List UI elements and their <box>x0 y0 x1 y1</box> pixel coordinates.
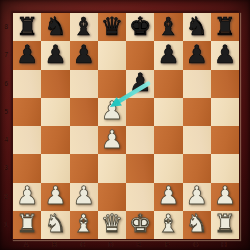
square-c5[interactable] <box>70 98 98 126</box>
file-label-e: E <box>137 239 142 248</box>
square-g2[interactable]: ♟ <box>183 183 211 211</box>
square-g7[interactable]: ♟ <box>183 41 211 69</box>
square-b5[interactable] <box>41 98 69 126</box>
white-knight-b1[interactable]: ♞ <box>44 211 66 236</box>
square-e3[interactable] <box>126 154 154 182</box>
white-pawn-d5[interactable]: ♟ <box>101 98 123 123</box>
square-a6[interactable] <box>13 70 41 98</box>
square-e7[interactable] <box>126 41 154 69</box>
square-a2[interactable]: ♟ <box>13 183 41 211</box>
square-a3[interactable] <box>13 154 41 182</box>
square-g4[interactable] <box>183 126 211 154</box>
square-b2[interactable]: ♟ <box>41 183 69 211</box>
square-e8[interactable]: ♚ <box>126 13 154 41</box>
square-h8[interactable]: ♜ <box>211 13 239 41</box>
square-f4[interactable] <box>154 126 182 154</box>
white-pawn-a2[interactable]: ♟ <box>16 183 38 208</box>
square-g8[interactable]: ♞ <box>183 13 211 41</box>
square-e4[interactable] <box>126 126 154 154</box>
square-d1[interactable]: ♛ <box>98 211 126 239</box>
square-h7[interactable]: ♟ <box>211 41 239 69</box>
square-e2[interactable] <box>126 183 154 211</box>
rank-label-8: 8 <box>4 22 8 31</box>
square-d7[interactable] <box>98 41 126 69</box>
white-pawn-f2[interactable]: ♟ <box>157 183 179 208</box>
white-bishop-c1[interactable]: ♝ <box>72 211 94 236</box>
square-b8[interactable]: ♞ <box>41 13 69 41</box>
square-f1[interactable]: ♝ <box>154 211 182 239</box>
square-a1[interactable]: ♜ <box>13 211 41 239</box>
white-pawn-b2[interactable]: ♟ <box>44 183 66 208</box>
white-pawn-h2[interactable]: ♟ <box>214 183 236 208</box>
square-e6[interactable]: ♟ <box>126 70 154 98</box>
rank-label-6: 6 <box>4 78 8 87</box>
black-pawn-a7[interactable]: ♟ <box>16 42 38 67</box>
square-g5[interactable] <box>183 98 211 126</box>
rank-label-3: 3 <box>4 163 8 172</box>
file-label-h: H <box>221 239 226 248</box>
rank-label-4: 4 <box>4 135 8 144</box>
file-label-f: F <box>165 239 170 248</box>
square-g3[interactable] <box>183 154 211 182</box>
file-label-b: B <box>52 239 57 248</box>
white-rook-a1[interactable]: ♜ <box>16 211 38 236</box>
rank-label-7: 7 <box>4 50 8 59</box>
black-rook-a8[interactable]: ♜ <box>16 14 38 39</box>
black-knight-g8[interactable]: ♞ <box>185 14 207 39</box>
file-label-a: A <box>23 239 28 248</box>
square-f8[interactable]: ♝ <box>154 13 182 41</box>
square-a5[interactable] <box>13 98 41 126</box>
square-a7[interactable]: ♟ <box>13 41 41 69</box>
chess-board: ♜♞♝♛♚♝♞♜♟♟♟♟♟♟♟♟♟♟♟♟♟♟♟♜♞♝♛♚♝♞♜ <box>12 12 240 240</box>
square-d4[interactable]: ♟ <box>98 126 126 154</box>
white-pawn-g2[interactable]: ♟ <box>185 183 207 208</box>
square-c2[interactable]: ♟ <box>70 183 98 211</box>
square-f7[interactable]: ♟ <box>154 41 182 69</box>
black-knight-b8[interactable]: ♞ <box>44 14 66 39</box>
square-c1[interactable]: ♝ <box>70 211 98 239</box>
square-d6[interactable] <box>98 70 126 98</box>
file-label-c: C <box>80 239 85 248</box>
square-h4[interactable] <box>211 126 239 154</box>
square-c8[interactable]: ♝ <box>70 13 98 41</box>
square-e1[interactable]: ♚ <box>126 211 154 239</box>
black-rook-h8[interactable]: ♜ <box>214 14 236 39</box>
square-f6[interactable] <box>154 70 182 98</box>
square-h3[interactable] <box>211 154 239 182</box>
black-pawn-h7[interactable]: ♟ <box>214 42 236 67</box>
square-h1[interactable]: ♜ <box>211 211 239 239</box>
rank-label-5: 5 <box>4 106 8 115</box>
black-pawn-f7[interactable]: ♟ <box>157 42 179 67</box>
black-bishop-f8[interactable]: ♝ <box>157 14 179 39</box>
square-d8[interactable]: ♛ <box>98 13 126 41</box>
square-g6[interactable] <box>183 70 211 98</box>
black-pawn-b7[interactable]: ♟ <box>44 42 66 67</box>
square-d5[interactable]: ♟ <box>98 98 126 126</box>
white-pawn-d4[interactable]: ♟ <box>101 127 123 152</box>
square-c4[interactable] <box>70 126 98 154</box>
white-king-e1[interactable]: ♚ <box>129 211 151 236</box>
square-f2[interactable]: ♟ <box>154 183 182 211</box>
white-rook-h1[interactable]: ♜ <box>214 211 236 236</box>
square-c6[interactable] <box>70 70 98 98</box>
square-b4[interactable] <box>41 126 69 154</box>
square-c7[interactable]: ♟ <box>70 41 98 69</box>
white-queen-d1[interactable]: ♛ <box>101 211 123 236</box>
chess-app-window: ♜♞♝♛♚♝♞♜♟♟♟♟♟♟♟♟♟♟♟♟♟♟♟♜♞♝♛♚♝♞♜ ABCDEFGH… <box>0 0 250 250</box>
file-label-d: D <box>108 239 113 248</box>
square-e5[interactable] <box>126 98 154 126</box>
square-h5[interactable] <box>211 98 239 126</box>
square-h6[interactable] <box>211 70 239 98</box>
white-bishop-f1[interactable]: ♝ <box>157 211 179 236</box>
black-king-e8[interactable]: ♚ <box>129 14 151 39</box>
rank-label-1: 1 <box>4 219 8 228</box>
square-a8[interactable]: ♜ <box>13 13 41 41</box>
square-b7[interactable]: ♟ <box>41 41 69 69</box>
black-queen-d8[interactable]: ♛ <box>101 14 123 39</box>
square-f3[interactable] <box>154 154 182 182</box>
file-label-g: G <box>193 239 199 248</box>
square-a4[interactable] <box>13 126 41 154</box>
rank-label-2: 2 <box>4 191 8 200</box>
square-h2[interactable]: ♟ <box>211 183 239 211</box>
square-b6[interactable] <box>41 70 69 98</box>
square-g1[interactable]: ♞ <box>183 211 211 239</box>
square-b3[interactable] <box>41 154 69 182</box>
black-pawn-e6[interactable]: ♟ <box>129 70 151 95</box>
black-bishop-c8[interactable]: ♝ <box>72 14 94 39</box>
white-knight-g1[interactable]: ♞ <box>185 211 207 236</box>
square-c3[interactable] <box>70 154 98 182</box>
black-pawn-g7[interactable]: ♟ <box>185 42 207 67</box>
square-b1[interactable]: ♞ <box>41 211 69 239</box>
square-d2[interactable] <box>98 183 126 211</box>
white-pawn-c2[interactable]: ♟ <box>72 183 94 208</box>
black-pawn-c7[interactable]: ♟ <box>72 42 94 67</box>
square-f5[interactable] <box>154 98 182 126</box>
square-d3[interactable] <box>98 154 126 182</box>
